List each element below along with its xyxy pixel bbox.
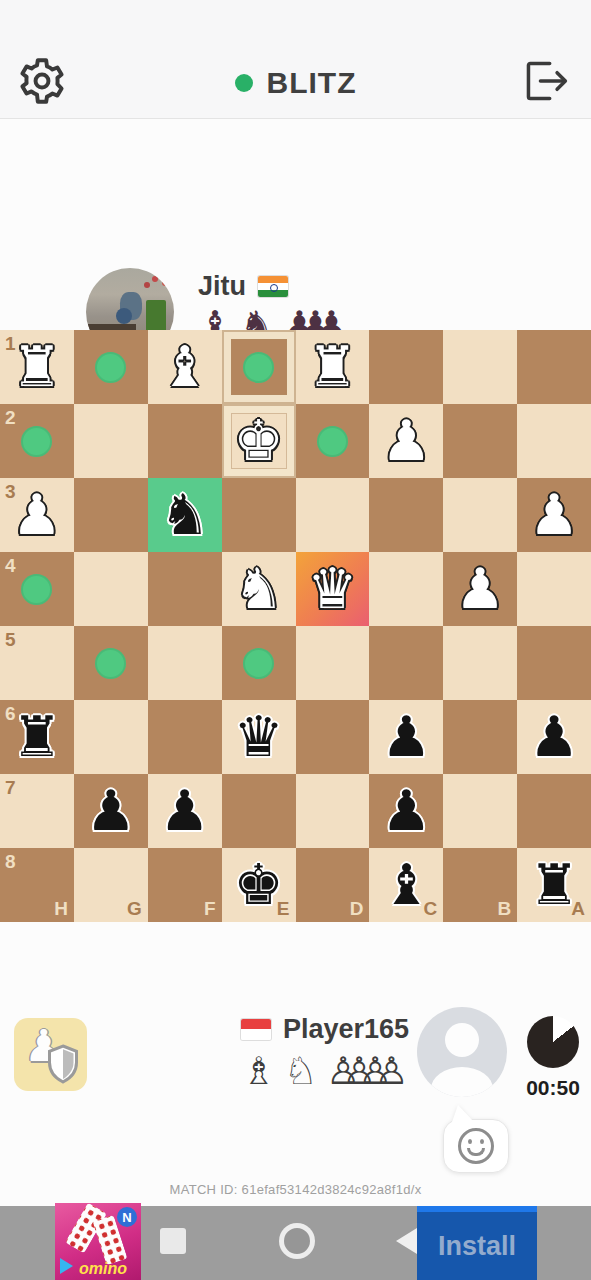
- move-hint-dot: [95, 352, 126, 383]
- ad-thumb-title: omino: [79, 1260, 127, 1278]
- emoji-chat-button[interactable]: [443, 1119, 509, 1173]
- square-a8[interactable]: ♜A: [517, 848, 591, 922]
- rank-label-2: 2: [5, 407, 16, 429]
- square-a4[interactable]: [517, 552, 591, 626]
- exit-icon: [522, 60, 570, 102]
- square-f4[interactable]: [148, 552, 222, 626]
- square-b5[interactable]: [443, 626, 517, 700]
- nav-home-button[interactable]: [279, 1223, 315, 1259]
- mode-label: BLITZ: [267, 66, 357, 100]
- match-id: MATCH ID: 61efaf53142d3824c92a8f1d/x: [0, 1182, 591, 1197]
- player-panel: ♟ Player165 ♗♘♙♙♙♙ 00:50 MATCH ID: 61ef: [0, 922, 591, 1206]
- square-e8[interactable]: ♚E: [222, 848, 296, 922]
- square-c3[interactable]: [369, 478, 443, 552]
- square-d6[interactable]: [296, 700, 370, 774]
- move-hint-dot: [317, 426, 348, 457]
- play-icon: [60, 1258, 73, 1274]
- player-name: Player165: [283, 1014, 409, 1045]
- file-label-h: H: [54, 898, 68, 920]
- move-hint-dot: [95, 648, 126, 679]
- square-c6[interactable]: ♟: [369, 700, 443, 774]
- square-a2[interactable]: [517, 404, 591, 478]
- square-d8[interactable]: D: [296, 848, 370, 922]
- file-label-d: D: [350, 898, 364, 920]
- ad-thumbnail[interactable]: N omino: [55, 1203, 141, 1280]
- square-f8[interactable]: F: [148, 848, 222, 922]
- black-piece-g7: ♟: [86, 783, 136, 839]
- square-d7[interactable]: [296, 774, 370, 848]
- move-hint-dot: [243, 648, 274, 679]
- square-a6[interactable]: ♟: [517, 700, 591, 774]
- square-h5[interactable]: 5: [0, 626, 74, 700]
- move-hint-dot: [21, 574, 52, 605]
- square-e4[interactable]: ♞: [222, 552, 296, 626]
- square-h8[interactable]: 8H: [0, 848, 74, 922]
- captured-bishop: ♗: [242, 1049, 276, 1093]
- india-flag-icon: [258, 276, 288, 297]
- shield-button[interactable]: ♟: [14, 1018, 87, 1091]
- opponent-name: Jitu: [198, 271, 246, 302]
- rank-label-4: 4: [5, 555, 16, 577]
- clock-icon: [527, 1016, 579, 1068]
- header: BLITZ: [0, 0, 591, 119]
- square-d2[interactable]: [296, 404, 370, 478]
- nav-back-icon[interactable]: [396, 1228, 417, 1254]
- square-f7[interactable]: ♟: [148, 774, 222, 848]
- black-piece-e6: ♛: [233, 709, 283, 765]
- square-g3[interactable]: [74, 478, 148, 552]
- square-h1[interactable]: ♜1: [0, 330, 74, 404]
- square-e2[interactable]: ♚: [222, 404, 296, 478]
- square-f2[interactable]: [148, 404, 222, 478]
- indonesia-flag-icon: [241, 1019, 271, 1040]
- square-g8[interactable]: G: [74, 848, 148, 922]
- square-h6[interactable]: ♜6: [0, 700, 74, 774]
- nav-recents-button[interactable]: [160, 1228, 186, 1254]
- square-e6[interactable]: ♛: [222, 700, 296, 774]
- square-e3[interactable]: [222, 478, 296, 552]
- captured-pawn: ♙: [374, 1049, 408, 1093]
- square-e1[interactable]: [222, 330, 296, 404]
- black-piece-f3: ♞: [160, 487, 210, 543]
- rank-label-5: 5: [5, 629, 16, 651]
- square-h2[interactable]: 2: [0, 404, 74, 478]
- move-hint-dot: [243, 352, 274, 383]
- avatar-silhouette-head: [445, 1023, 479, 1057]
- file-label-g: G: [127, 898, 142, 920]
- square-c4[interactable]: [369, 552, 443, 626]
- square-g1[interactable]: [74, 330, 148, 404]
- captured-knight: ♘: [284, 1049, 318, 1093]
- square-b1[interactable]: [443, 330, 517, 404]
- black-piece-h6: ♜: [12, 709, 62, 765]
- white-piece-a3: ♟: [529, 487, 579, 543]
- rank-label-8: 8: [5, 851, 16, 873]
- bubble-tail: [452, 1105, 474, 1122]
- square-g5[interactable]: [74, 626, 148, 700]
- square-a3[interactable]: ♟: [517, 478, 591, 552]
- square-h7[interactable]: 7: [0, 774, 74, 848]
- square-h4[interactable]: 4: [0, 552, 74, 626]
- square-c5[interactable]: [369, 626, 443, 700]
- square-b6[interactable]: [443, 700, 517, 774]
- square-b8[interactable]: B: [443, 848, 517, 922]
- square-g7[interactable]: ♟: [74, 774, 148, 848]
- black-piece-e8: ♚: [233, 857, 283, 913]
- square-c2[interactable]: ♟: [369, 404, 443, 478]
- chess-board: ♜1♝♜2♚♟♟3♞♟4♞♛♟5♜6♛♟♟7♟♟♟8HGF♚ED♝CB♜A: [0, 330, 591, 922]
- white-piece-h3: ♟: [12, 487, 62, 543]
- player-captured-tray: ♗♘♙♙♙♙: [242, 1049, 408, 1093]
- black-piece-c7: ♟: [381, 783, 431, 839]
- square-d1[interactable]: ♜: [296, 330, 370, 404]
- square-b4[interactable]: ♟: [443, 552, 517, 626]
- player-avatar[interactable]: [417, 1007, 507, 1097]
- ad-logo-icon: N: [117, 1207, 137, 1227]
- online-status-dot: [235, 74, 253, 92]
- clock-time: 00:50: [507, 1076, 591, 1100]
- square-f6[interactable]: [148, 700, 222, 774]
- square-d5[interactable]: [296, 626, 370, 700]
- black-piece-c8: ♝: [381, 857, 431, 913]
- square-a7[interactable]: [517, 774, 591, 848]
- file-label-b: B: [497, 898, 511, 920]
- square-e7[interactable]: [222, 774, 296, 848]
- game-mode: BLITZ: [0, 66, 591, 100]
- white-piece-h1: ♜: [12, 339, 62, 395]
- move-hint-dot: [21, 426, 52, 457]
- square-f3[interactable]: ♞: [148, 478, 222, 552]
- square-e5[interactable]: [222, 626, 296, 700]
- exit-button[interactable]: [521, 60, 571, 104]
- black-piece-f7: ♟: [160, 783, 210, 839]
- opponent-name-row: Jitu: [198, 271, 288, 302]
- rank-label-7: 7: [5, 777, 16, 799]
- black-piece-c6: ♟: [381, 709, 431, 765]
- white-piece-b4: ♟: [455, 561, 505, 617]
- square-c1[interactable]: [369, 330, 443, 404]
- white-piece-f1: ♝: [160, 339, 210, 395]
- file-label-f: F: [204, 898, 216, 920]
- black-piece-a6: ♟: [529, 709, 579, 765]
- square-d4[interactable]: ♛: [296, 552, 370, 626]
- square-b7[interactable]: [443, 774, 517, 848]
- square-c7[interactable]: ♟: [369, 774, 443, 848]
- square-a1[interactable]: [517, 330, 591, 404]
- shield-icon: [45, 1043, 81, 1085]
- square-a5[interactable]: [517, 626, 591, 700]
- square-f5[interactable]: [148, 626, 222, 700]
- white-piece-c2: ♟: [381, 413, 431, 469]
- square-h3[interactable]: ♟3: [0, 478, 74, 552]
- square-f1[interactable]: ♝: [148, 330, 222, 404]
- square-c8[interactable]: ♝C: [369, 848, 443, 922]
- player-name-row: Player165: [241, 1014, 409, 1045]
- smiley-icon: [458, 1128, 494, 1164]
- square-g4[interactable]: [74, 552, 148, 626]
- black-piece-a8: ♜: [529, 857, 579, 913]
- white-piece-e4: ♞: [233, 561, 283, 617]
- white-piece-d1: ♜: [307, 339, 357, 395]
- white-piece-e2: ♚: [233, 413, 283, 469]
- square-g2[interactable]: [74, 404, 148, 478]
- square-b3[interactable]: [443, 478, 517, 552]
- square-g6[interactable]: [74, 700, 148, 774]
- white-piece-d4: ♛: [307, 561, 357, 617]
- square-d3[interactable]: [296, 478, 370, 552]
- opponent-panel: i Jitu ♝♞♟♟♟: [0, 119, 591, 330]
- square-b2[interactable]: [443, 404, 517, 478]
- install-button[interactable]: Install: [417, 1206, 537, 1280]
- app-screen: BLITZ i Jitu ♝♞♟♟♟ ♜1♝♜2♚♟♟3♞♟4♞♛♟5♜6♛♟♟…: [0, 0, 591, 1280]
